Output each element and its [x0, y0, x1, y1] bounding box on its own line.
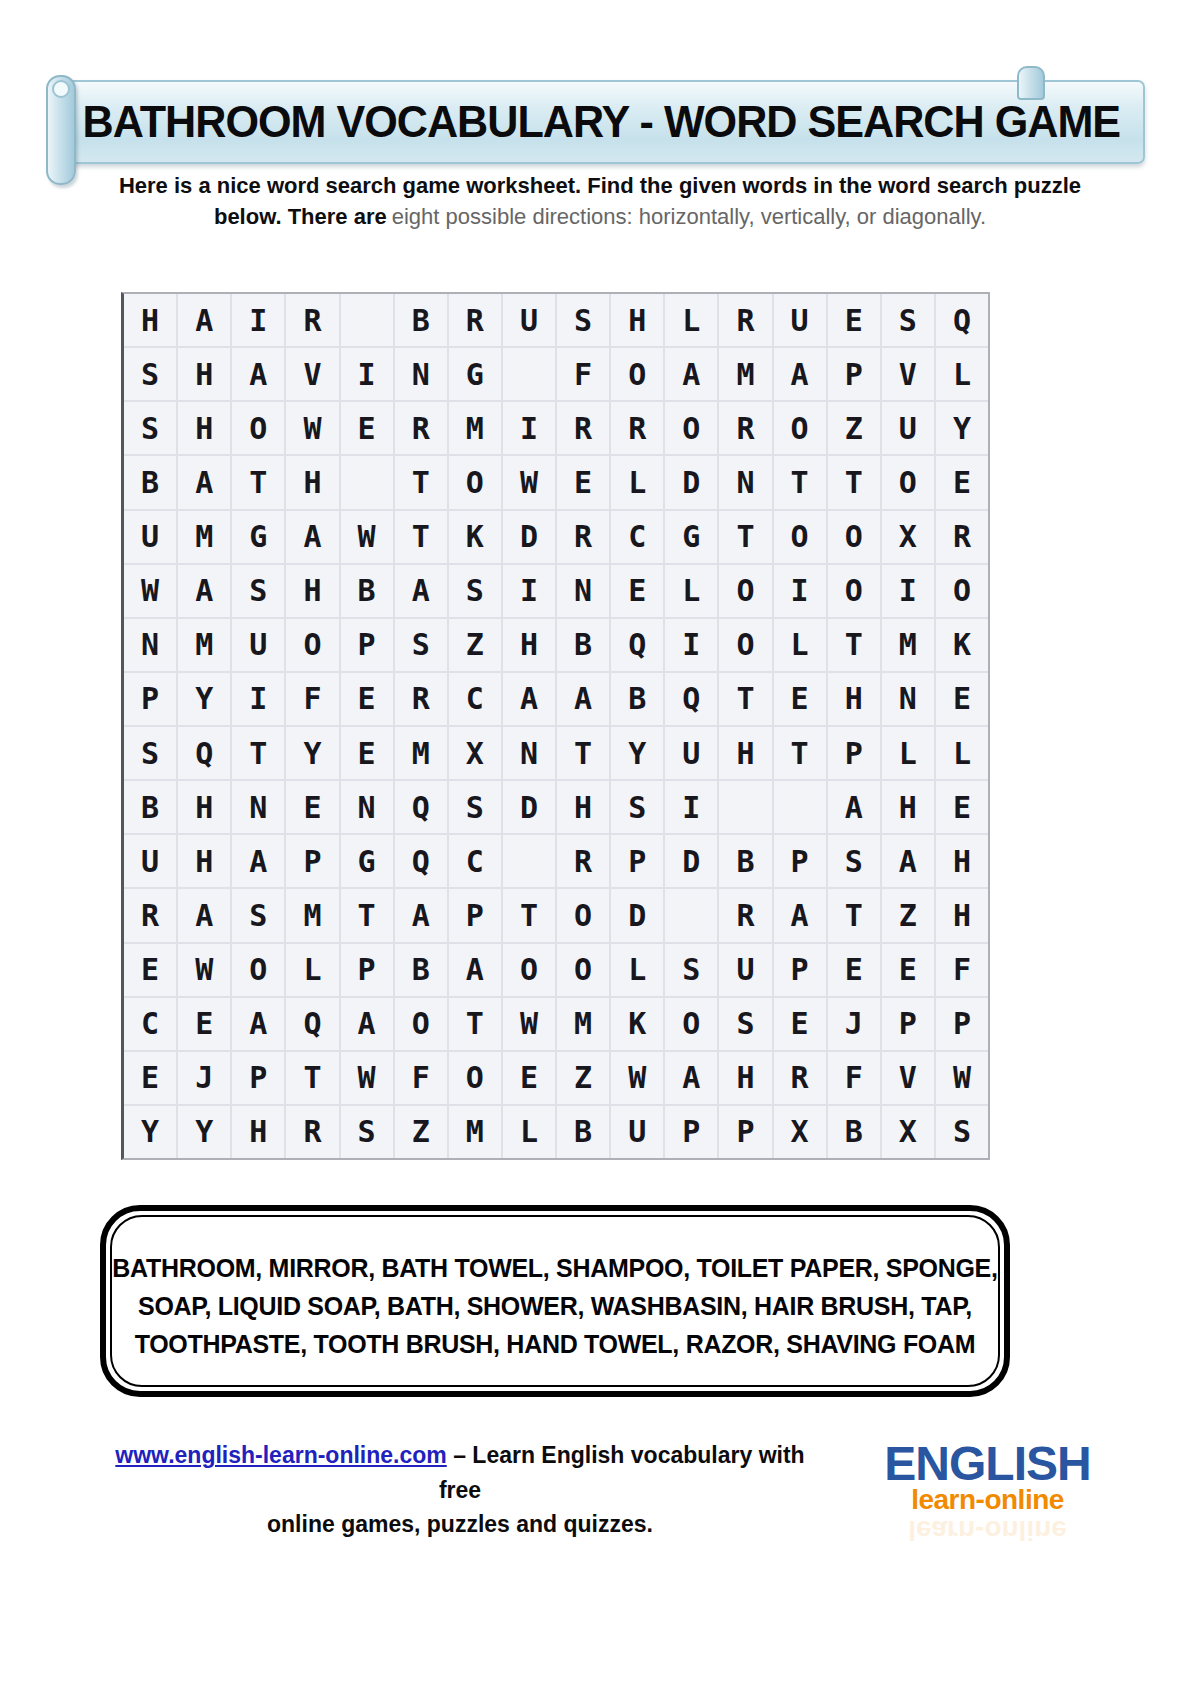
- footer-tagline-line2: online games, puzzles and quizzes.: [100, 1507, 820, 1542]
- grid-cell[interactable]: S: [828, 835, 880, 887]
- grid-cell[interactable]: H: [882, 781, 934, 833]
- grid-cell[interactable]: P: [124, 673, 176, 725]
- grid-cell[interactable]: V: [882, 348, 934, 400]
- grid-cell[interactable]: Y: [124, 1106, 176, 1158]
- worksheet-page: BATHROOM VOCABULARY - WORD SEARCH GAME H…: [0, 0, 1200, 1700]
- grid-cell[interactable]: A: [503, 673, 555, 725]
- grid-cell[interactable]: Q: [178, 727, 230, 779]
- grid-cell[interactable]: F: [286, 673, 338, 725]
- grid-cell[interactable]: I: [503, 565, 555, 617]
- grid-cell[interactable]: R: [395, 673, 447, 725]
- grid-cell[interactable]: H: [286, 565, 338, 617]
- grid-cell[interactable]: H: [828, 673, 880, 725]
- grid-cell[interactable]: Q: [665, 673, 717, 725]
- grid-cell[interactable]: A: [774, 889, 826, 941]
- grid-cell[interactable]: R: [719, 402, 771, 454]
- grid-cell[interactable]: B: [557, 619, 609, 671]
- grid-cell[interactable]: V: [882, 1052, 934, 1104]
- instructions: Here is a nice word search game workshee…: [85, 170, 1115, 232]
- website-link[interactable]: www.english-learn-online.com: [115, 1442, 446, 1468]
- grid-cell[interactable]: A: [341, 998, 393, 1050]
- grid-cell[interactable]: P: [286, 835, 338, 887]
- grid-cell[interactable]: M: [449, 1106, 501, 1158]
- grid-cell[interactable]: O: [665, 402, 717, 454]
- word-list-line-1: BATHROOM, MIRROR, BATH TOWEL, SHAMPOO, T…: [112, 1249, 998, 1287]
- grid-cell[interactable]: T: [395, 511, 447, 563]
- grid-cell[interactable]: U: [232, 619, 284, 671]
- grid-cell[interactable]: A: [665, 1052, 717, 1104]
- grid-cell[interactable]: P: [449, 889, 501, 941]
- grid-cell[interactable]: T: [286, 1052, 338, 1104]
- grid-cell[interactable]: T: [232, 727, 284, 779]
- grid-cell[interactable]: N: [232, 781, 284, 833]
- grid-cell[interactable]: A: [178, 565, 230, 617]
- grid-cell[interactable]: R: [395, 402, 447, 454]
- grid-cell[interactable]: T: [828, 889, 880, 941]
- grid-cell[interactable]: N: [503, 727, 555, 779]
- grid-cell[interactable]: H: [557, 781, 609, 833]
- grid-cell[interactable]: W: [286, 402, 338, 454]
- grid-cell[interactable]: P: [774, 944, 826, 996]
- grid-cell[interactable]: K: [936, 619, 988, 671]
- grid-cell[interactable]: L: [611, 944, 663, 996]
- grid-cell[interactable]: U: [611, 1106, 663, 1158]
- grid-cell[interactable]: I: [665, 619, 717, 671]
- grid-cell[interactable]: X: [882, 1106, 934, 1158]
- grid-cell[interactable]: K: [611, 998, 663, 1050]
- grid-cell[interactable]: O: [882, 456, 934, 508]
- grid-cell[interactable]: Q: [395, 781, 447, 833]
- grid-cell[interactable]: S: [936, 1106, 988, 1158]
- grid-cell[interactable]: O: [774, 402, 826, 454]
- grid-cell[interactable]: M: [286, 889, 338, 941]
- grid-cell[interactable]: R: [286, 294, 338, 346]
- grid-cell[interactable]: T: [395, 456, 447, 508]
- grid-cell[interactable]: W: [503, 998, 555, 1050]
- grid-cell[interactable]: [665, 889, 717, 941]
- grid-cell[interactable]: S: [665, 944, 717, 996]
- grid-cell[interactable]: E: [341, 673, 393, 725]
- grid-cell[interactable]: Z: [557, 1052, 609, 1104]
- grid-cell[interactable]: X: [774, 1106, 826, 1158]
- grid-cell[interactable]: Z: [882, 889, 934, 941]
- grid-cell[interactable]: C: [449, 673, 501, 725]
- grid-cell[interactable]: O: [232, 402, 284, 454]
- grid-cell[interactable]: R: [124, 889, 176, 941]
- grid-cell[interactable]: P: [341, 944, 393, 996]
- grid-cell[interactable]: R: [557, 835, 609, 887]
- grid-cell[interactable]: L: [611, 456, 663, 508]
- grid-cell[interactable]: I: [232, 673, 284, 725]
- grid-cell[interactable]: N: [557, 565, 609, 617]
- grid-cell[interactable]: I: [341, 348, 393, 400]
- grid-cell[interactable]: U: [882, 402, 934, 454]
- grid-cell[interactable]: I: [503, 402, 555, 454]
- grid-cell[interactable]: P: [882, 998, 934, 1050]
- grid-cell[interactable]: A: [178, 294, 230, 346]
- grid-cell[interactable]: E: [828, 944, 880, 996]
- grid-cell[interactable]: Q: [286, 998, 338, 1050]
- footer-tagline: www.english-learn-online.com – Learn Eng…: [100, 1438, 820, 1542]
- grid-cell[interactable]: O: [286, 619, 338, 671]
- grid-cell[interactable]: A: [557, 673, 609, 725]
- grid-cell[interactable]: H: [719, 1052, 771, 1104]
- grid-cell[interactable]: J: [828, 998, 880, 1050]
- grid-cell[interactable]: A: [178, 889, 230, 941]
- grid-cell[interactable]: T: [828, 456, 880, 508]
- grid-cell[interactable]: O: [449, 456, 501, 508]
- grid-cell[interactable]: S: [124, 348, 176, 400]
- grid-cell[interactable]: E: [828, 294, 880, 346]
- grid-cell[interactable]: N: [341, 781, 393, 833]
- logo-reflection: learn-online: [860, 1514, 1115, 1546]
- grid-cell[interactable]: H: [178, 781, 230, 833]
- grid-cell[interactable]: K: [449, 511, 501, 563]
- grid-cell[interactable]: B: [557, 1106, 609, 1158]
- grid-cell[interactable]: G: [449, 348, 501, 400]
- grid-cell[interactable]: U: [719, 944, 771, 996]
- word-list-line-2: SOAP, LIQUID SOAP, BATH, SHOWER, WASHBAS…: [112, 1287, 998, 1325]
- grid-cell[interactable]: S: [449, 781, 501, 833]
- grid-cell[interactable]: O: [557, 944, 609, 996]
- grid-cell[interactable]: Q: [395, 835, 447, 887]
- grid-cell[interactable]: C: [449, 835, 501, 887]
- grid-cell[interactable]: [341, 456, 393, 508]
- grid-cell[interactable]: A: [286, 511, 338, 563]
- grid-cell[interactable]: A: [828, 781, 880, 833]
- scroll-curl-left-icon: [46, 75, 76, 185]
- grid-cell[interactable]: O: [232, 944, 284, 996]
- grid-cell[interactable]: T: [232, 456, 284, 508]
- grid-cell[interactable]: B: [828, 1106, 880, 1158]
- grid-cell[interactable]: R: [557, 511, 609, 563]
- grid-cell[interactable]: H: [178, 835, 230, 887]
- grid-cell[interactable]: O: [503, 944, 555, 996]
- grid-cell[interactable]: N: [395, 348, 447, 400]
- grid-cell[interactable]: A: [665, 348, 717, 400]
- grid-cell[interactable]: E: [936, 673, 988, 725]
- grid-cell[interactable]: W: [178, 944, 230, 996]
- grid-cell[interactable]: T: [557, 727, 609, 779]
- grid-cell[interactable]: P: [828, 727, 880, 779]
- grid-cell[interactable]: U: [124, 835, 176, 887]
- grid-cell[interactable]: M: [178, 619, 230, 671]
- grid-cell[interactable]: D: [611, 889, 663, 941]
- grid-cell[interactable]: W: [611, 1052, 663, 1104]
- grid-cell[interactable]: B: [341, 565, 393, 617]
- grid-cell[interactable]: T: [828, 619, 880, 671]
- grid-cell[interactable]: O: [449, 1052, 501, 1104]
- grid-cell[interactable]: A: [449, 944, 501, 996]
- grid-cell[interactable]: T: [449, 998, 501, 1050]
- grid-cell[interactable]: S: [449, 565, 501, 617]
- grid-cell[interactable]: F: [395, 1052, 447, 1104]
- grid-cell[interactable]: P: [665, 1106, 717, 1158]
- grid-cell[interactable]: R: [936, 511, 988, 563]
- grid-cell[interactable]: Q: [936, 294, 988, 346]
- grid-cell[interactable]: B: [611, 673, 663, 725]
- grid-cell[interactable]: H: [178, 348, 230, 400]
- grid-cell[interactable]: E: [774, 673, 826, 725]
- grid-cell[interactable]: A: [232, 998, 284, 1050]
- grid-cell[interactable]: U: [665, 727, 717, 779]
- grid-cell[interactable]: M: [719, 348, 771, 400]
- grid-cell[interactable]: U: [774, 294, 826, 346]
- grid-cell[interactable]: X: [882, 511, 934, 563]
- grid-cell[interactable]: B: [124, 456, 176, 508]
- grid-cell[interactable]: [503, 835, 555, 887]
- grid-cell[interactable]: M: [882, 619, 934, 671]
- grid-cell[interactable]: P: [232, 1052, 284, 1104]
- grid-cell[interactable]: P: [774, 835, 826, 887]
- grid-cell[interactable]: A: [178, 456, 230, 508]
- grid-cell[interactable]: Y: [936, 402, 988, 454]
- grid-cell[interactable]: M: [557, 998, 609, 1050]
- grid-cell[interactable]: A: [232, 835, 284, 887]
- grid-cell[interactable]: Z: [395, 1106, 447, 1158]
- grid-cell[interactable]: W: [341, 511, 393, 563]
- grid-cell[interactable]: O: [557, 889, 609, 941]
- grid-cell[interactable]: [719, 781, 771, 833]
- grid-cell[interactable]: T: [719, 673, 771, 725]
- grid-cell[interactable]: T: [774, 456, 826, 508]
- grid-cell[interactable]: E: [341, 727, 393, 779]
- grid-cell[interactable]: A: [395, 565, 447, 617]
- grid-cell[interactable]: A: [882, 835, 934, 887]
- grid-cell[interactable]: B: [395, 294, 447, 346]
- grid-cell[interactable]: H: [719, 727, 771, 779]
- grid-cell[interactable]: H: [178, 402, 230, 454]
- grid-cell[interactable]: P: [828, 348, 880, 400]
- grid-cell[interactable]: E: [286, 781, 338, 833]
- grid-cell[interactable]: S: [124, 727, 176, 779]
- grid-cell[interactable]: I: [665, 781, 717, 833]
- grid-cell[interactable]: O: [774, 511, 826, 563]
- grid-cell[interactable]: P: [936, 998, 988, 1050]
- footer: www.english-learn-online.com – Learn Eng…: [100, 1438, 1115, 1546]
- grid-cell[interactable]: N: [124, 619, 176, 671]
- grid-cell[interactable]: L: [665, 565, 717, 617]
- grid-cell[interactable]: L: [286, 944, 338, 996]
- grid-cell[interactable]: S: [232, 565, 284, 617]
- footer-tagline-line1: – Learn English vocabulary with free: [439, 1442, 805, 1503]
- grid-cell[interactable]: N: [719, 456, 771, 508]
- grid-cell[interactable]: W: [124, 565, 176, 617]
- grid-cell[interactable]: S: [232, 889, 284, 941]
- grid-cell[interactable]: S: [124, 402, 176, 454]
- grid-cell[interactable]: D: [665, 835, 717, 887]
- grid-cell[interactable]: H: [232, 1106, 284, 1158]
- grid-cell[interactable]: H: [124, 294, 176, 346]
- instructions-directions: eight possible directions: horizontally,…: [392, 204, 986, 229]
- grid-cell[interactable]: T: [774, 727, 826, 779]
- grid-cell[interactable]: E: [936, 781, 988, 833]
- grid-cell[interactable]: E: [774, 998, 826, 1050]
- grid-cell[interactable]: A: [774, 348, 826, 400]
- grid-cell[interactable]: F: [828, 1052, 880, 1104]
- grid-cell[interactable]: L: [882, 727, 934, 779]
- grid-cell[interactable]: E: [341, 402, 393, 454]
- grid-cell[interactable]: E: [936, 456, 988, 508]
- grid-cell[interactable]: A: [232, 348, 284, 400]
- grid-cell[interactable]: E: [882, 944, 934, 996]
- grid-cell[interactable]: I: [774, 565, 826, 617]
- grid-cell[interactable]: E: [124, 1052, 176, 1104]
- grid-cell[interactable]: E: [178, 998, 230, 1050]
- grid-cell[interactable]: H: [936, 835, 988, 887]
- grid-cell[interactable]: Y: [286, 727, 338, 779]
- grid-cell[interactable]: L: [936, 727, 988, 779]
- word-list-line-3: TOOTHPASTE, TOOTH BRUSH, HAND TOWEL, RAZ…: [112, 1325, 998, 1363]
- grid-cell[interactable]: R: [719, 889, 771, 941]
- grid-cell[interactable]: W: [341, 1052, 393, 1104]
- grid-cell[interactable]: P: [341, 619, 393, 671]
- grid-cell[interactable]: B: [124, 781, 176, 833]
- grid-cell[interactable]: S: [557, 294, 609, 346]
- logo-english-text: ENGLISH: [860, 1440, 1115, 1488]
- grid-cell[interactable]: Y: [178, 1106, 230, 1158]
- grid-cell[interactable]: W: [503, 456, 555, 508]
- grid-cell[interactable]: L: [665, 294, 717, 346]
- grid-cell[interactable]: Y: [611, 727, 663, 779]
- word-list-inner: BATHROOM, MIRROR, BATH TOWEL, SHAMPOO, T…: [110, 1215, 1000, 1387]
- grid-cell[interactable]: O: [936, 565, 988, 617]
- grid-cell[interactable]: G: [341, 835, 393, 887]
- grid-cell[interactable]: R: [557, 402, 609, 454]
- grid-cell[interactable]: M: [395, 727, 447, 779]
- grid-cell[interactable]: F: [936, 944, 988, 996]
- grid-cell[interactable]: Y: [178, 673, 230, 725]
- grid-cell[interactable]: S: [719, 998, 771, 1050]
- grid-cell[interactable]: A: [395, 889, 447, 941]
- grid-cell[interactable]: T: [503, 889, 555, 941]
- grid-cell[interactable]: X: [449, 727, 501, 779]
- grid-cell[interactable]: C: [124, 998, 176, 1050]
- grid-cell[interactable]: O: [719, 619, 771, 671]
- grid-cell[interactable]: S: [882, 294, 934, 346]
- grid-cell[interactable]: G: [665, 511, 717, 563]
- grid-cell[interactable]: W: [936, 1052, 988, 1104]
- grid-cell[interactable]: H: [611, 294, 663, 346]
- grid-cell[interactable]: T: [341, 889, 393, 941]
- grid-cell[interactable]: S: [341, 1106, 393, 1158]
- grid-cell[interactable]: M: [449, 402, 501, 454]
- grid-cell[interactable]: R: [719, 294, 771, 346]
- grid-cell[interactable]: F: [557, 348, 609, 400]
- word-list-box: BATHROOM, MIRROR, BATH TOWEL, SHAMPOO, T…: [100, 1205, 1010, 1397]
- grid-cell[interactable]: E: [503, 1052, 555, 1104]
- grid-cell[interactable]: L: [936, 348, 988, 400]
- grid-cell[interactable]: R: [286, 1106, 338, 1158]
- grid-cell[interactable]: J: [178, 1052, 230, 1104]
- grid-cell[interactable]: [503, 348, 555, 400]
- page-title: BATHROOM VOCABULARY - WORD SEARCH GAME: [82, 97, 1120, 147]
- grid-cell[interactable]: V: [286, 348, 338, 400]
- grid-cell[interactable]: I: [882, 565, 934, 617]
- grid-cell[interactable]: R: [611, 402, 663, 454]
- grid-cell[interactable]: N: [882, 673, 934, 725]
- grid-cell[interactable]: O: [611, 348, 663, 400]
- grid-cell[interactable]: D: [503, 781, 555, 833]
- grid-cell[interactable]: U: [124, 511, 176, 563]
- scroll-curl-right-icon: [1017, 66, 1045, 100]
- grid-cell[interactable]: Z: [449, 619, 501, 671]
- grid-cell[interactable]: T: [719, 511, 771, 563]
- grid-cell[interactable]: G: [232, 511, 284, 563]
- grid-cell[interactable]: D: [503, 511, 555, 563]
- grid-cell[interactable]: E: [124, 944, 176, 996]
- grid-cell[interactable]: S: [395, 619, 447, 671]
- grid-cell[interactable]: I: [232, 294, 284, 346]
- grid-cell[interactable]: S: [611, 781, 663, 833]
- grid-cell[interactable]: O: [828, 511, 880, 563]
- grid-cell[interactable]: C: [611, 511, 663, 563]
- grid-cell[interactable]: H: [286, 456, 338, 508]
- grid-cell[interactable]: R: [449, 294, 501, 346]
- grid-cell[interactable]: D: [665, 456, 717, 508]
- grid-cell[interactable]: E: [611, 565, 663, 617]
- grid-cell[interactable]: Q: [611, 619, 663, 671]
- grid-cell[interactable]: R: [774, 1052, 826, 1104]
- grid-cell[interactable]: P: [719, 1106, 771, 1158]
- grid-cell[interactable]: L: [774, 619, 826, 671]
- grid-cell[interactable]: L: [503, 1106, 555, 1158]
- grid-cell[interactable]: H: [503, 619, 555, 671]
- word-search-grid: HAIRBRUSHLRUESQSHAVINGFOAMAPVLSHOWERMIRR…: [121, 292, 990, 1160]
- grid-cell[interactable]: [774, 781, 826, 833]
- grid-cell[interactable]: O: [828, 565, 880, 617]
- grid-cell[interactable]: O: [665, 998, 717, 1050]
- grid-cell[interactable]: B: [719, 835, 771, 887]
- grid-cell[interactable]: P: [611, 835, 663, 887]
- grid-cell[interactable]: B: [395, 944, 447, 996]
- grid-cell[interactable]: E: [557, 456, 609, 508]
- grid-cell[interactable]: O: [395, 998, 447, 1050]
- grid-cell[interactable]: M: [178, 511, 230, 563]
- title-banner: BATHROOM VOCABULARY - WORD SEARCH GAME: [57, 80, 1145, 164]
- site-logo: ENGLISH learn-online learn-online: [860, 1438, 1115, 1546]
- grid-cell[interactable]: [341, 294, 393, 346]
- grid-cell[interactable]: U: [503, 294, 555, 346]
- grid-cell[interactable]: Z: [828, 402, 880, 454]
- grid-cell[interactable]: O: [719, 565, 771, 617]
- grid-cell[interactable]: H: [936, 889, 988, 941]
